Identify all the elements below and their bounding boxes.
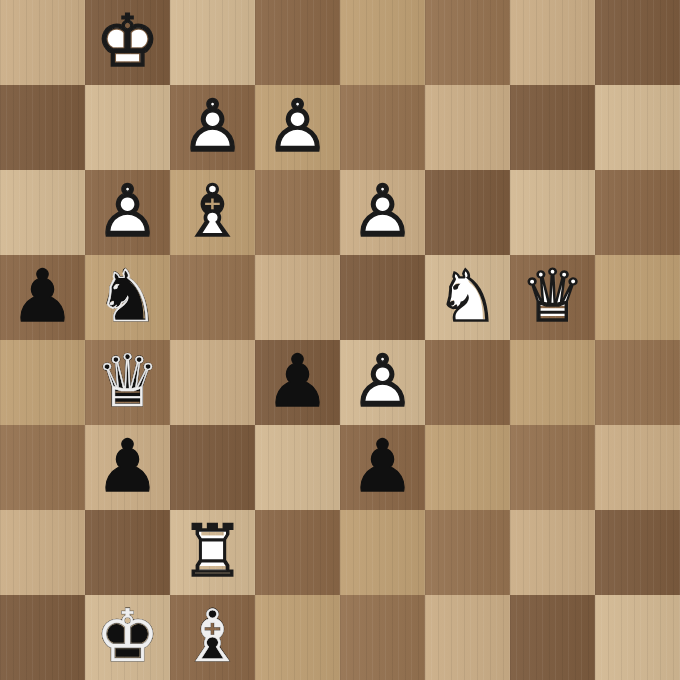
black-pawn[interactable]: ♟ [340, 425, 425, 510]
square-e1[interactable] [340, 595, 425, 680]
white-pawn[interactable]: ♟♙ [85, 170, 170, 255]
chess-board: ♚♔♟♙♟♙♟♙♝♗♟♙♟♞♘♞♘♛♕♛♕♟♟♙♟♟♜♖♚♔♝♗ [0, 0, 680, 680]
white-pawn-outline: ♙ [170, 85, 255, 170]
black-bishop-outline: ♗ [170, 595, 255, 680]
square-h4[interactable] [595, 340, 680, 425]
square-b6[interactable]: ♟♙ [85, 170, 170, 255]
square-c3[interactable] [170, 425, 255, 510]
square-b3[interactable]: ♟ [85, 425, 170, 510]
white-queen[interactable]: ♛♕ [510, 255, 595, 340]
square-b2[interactable] [85, 510, 170, 595]
square-h6[interactable] [595, 170, 680, 255]
square-g4[interactable] [510, 340, 595, 425]
white-knight[interactable]: ♞♘ [425, 255, 510, 340]
square-f8[interactable] [425, 0, 510, 85]
square-f7[interactable] [425, 85, 510, 170]
square-b7[interactable] [85, 85, 170, 170]
square-g3[interactable] [510, 425, 595, 510]
black-pawn-glyph: ♟ [0, 255, 85, 340]
square-g6[interactable] [510, 170, 595, 255]
square-e5[interactable] [340, 255, 425, 340]
square-g2[interactable] [510, 510, 595, 595]
square-d3[interactable] [255, 425, 340, 510]
square-e6[interactable]: ♟♙ [340, 170, 425, 255]
square-h7[interactable] [595, 85, 680, 170]
square-a6[interactable] [0, 170, 85, 255]
square-d4[interactable]: ♟ [255, 340, 340, 425]
black-pawn-glyph: ♟ [340, 425, 425, 510]
white-pawn[interactable]: ♟♙ [255, 85, 340, 170]
square-c8[interactable] [170, 0, 255, 85]
square-c4[interactable] [170, 340, 255, 425]
square-a4[interactable] [0, 340, 85, 425]
white-pawn[interactable]: ♟♙ [170, 85, 255, 170]
square-g5[interactable]: ♛♕ [510, 255, 595, 340]
black-bishop[interactable]: ♝♗ [170, 595, 255, 680]
square-b4[interactable]: ♛♕ [85, 340, 170, 425]
white-pawn-outline: ♙ [340, 340, 425, 425]
square-a2[interactable] [0, 510, 85, 595]
square-b8[interactable]: ♚♔ [85, 0, 170, 85]
square-a8[interactable] [0, 0, 85, 85]
square-b5[interactable]: ♞♘ [85, 255, 170, 340]
square-h1[interactable] [595, 595, 680, 680]
black-pawn[interactable]: ♟ [85, 425, 170, 510]
black-king-outline: ♔ [85, 595, 170, 680]
square-h3[interactable] [595, 425, 680, 510]
square-d2[interactable] [255, 510, 340, 595]
square-a3[interactable] [0, 425, 85, 510]
square-f3[interactable] [425, 425, 510, 510]
square-d8[interactable] [255, 0, 340, 85]
square-d5[interactable] [255, 255, 340, 340]
square-a5[interactable]: ♟ [0, 255, 85, 340]
square-f5[interactable]: ♞♘ [425, 255, 510, 340]
white-pawn-outline: ♙ [340, 170, 425, 255]
white-knight-outline: ♘ [425, 255, 510, 340]
white-pawn-outline: ♙ [255, 85, 340, 170]
square-c7[interactable]: ♟♙ [170, 85, 255, 170]
black-knight[interactable]: ♞♘ [85, 255, 170, 340]
black-knight-outline: ♘ [85, 255, 170, 340]
square-e4[interactable]: ♟♙ [340, 340, 425, 425]
square-a1[interactable] [0, 595, 85, 680]
white-pawn-outline: ♙ [85, 170, 170, 255]
square-e8[interactable] [340, 0, 425, 85]
black-pawn-glyph: ♟ [85, 425, 170, 510]
square-c2[interactable]: ♜♖ [170, 510, 255, 595]
square-c5[interactable] [170, 255, 255, 340]
square-f2[interactable] [425, 510, 510, 595]
white-rook-outline: ♖ [170, 510, 255, 595]
square-e7[interactable] [340, 85, 425, 170]
square-a7[interactable] [0, 85, 85, 170]
square-c6[interactable]: ♝♗ [170, 170, 255, 255]
square-h5[interactable] [595, 255, 680, 340]
square-d7[interactable]: ♟♙ [255, 85, 340, 170]
square-c1[interactable]: ♝♗ [170, 595, 255, 680]
white-pawn[interactable]: ♟♙ [340, 340, 425, 425]
white-pawn[interactable]: ♟♙ [340, 170, 425, 255]
white-bishop-outline: ♗ [170, 170, 255, 255]
white-rook[interactable]: ♜♖ [170, 510, 255, 595]
square-e3[interactable]: ♟ [340, 425, 425, 510]
black-pawn[interactable]: ♟ [0, 255, 85, 340]
white-bishop[interactable]: ♝♗ [170, 170, 255, 255]
square-f4[interactable] [425, 340, 510, 425]
white-king-outline: ♔ [85, 0, 170, 85]
square-d1[interactable] [255, 595, 340, 680]
black-queen[interactable]: ♛♕ [85, 340, 170, 425]
square-d6[interactable] [255, 170, 340, 255]
square-g1[interactable] [510, 595, 595, 680]
square-g7[interactable] [510, 85, 595, 170]
square-g8[interactable] [510, 0, 595, 85]
white-queen-outline: ♕ [510, 255, 595, 340]
square-e2[interactable] [340, 510, 425, 595]
square-h8[interactable] [595, 0, 680, 85]
square-f6[interactable] [425, 170, 510, 255]
black-pawn[interactable]: ♟ [255, 340, 340, 425]
chessboard-container: ♚♔♟♙♟♙♟♙♝♗♟♙♟♞♘♞♘♛♕♛♕♟♟♙♟♟♜♖♚♔♝♗ [0, 0, 680, 680]
square-b1[interactable]: ♚♔ [85, 595, 170, 680]
black-king[interactable]: ♚♔ [85, 595, 170, 680]
square-f1[interactable] [425, 595, 510, 680]
black-queen-outline: ♕ [85, 340, 170, 425]
white-king[interactable]: ♚♔ [85, 0, 170, 85]
black-pawn-glyph: ♟ [255, 340, 340, 425]
square-h2[interactable] [595, 510, 680, 595]
